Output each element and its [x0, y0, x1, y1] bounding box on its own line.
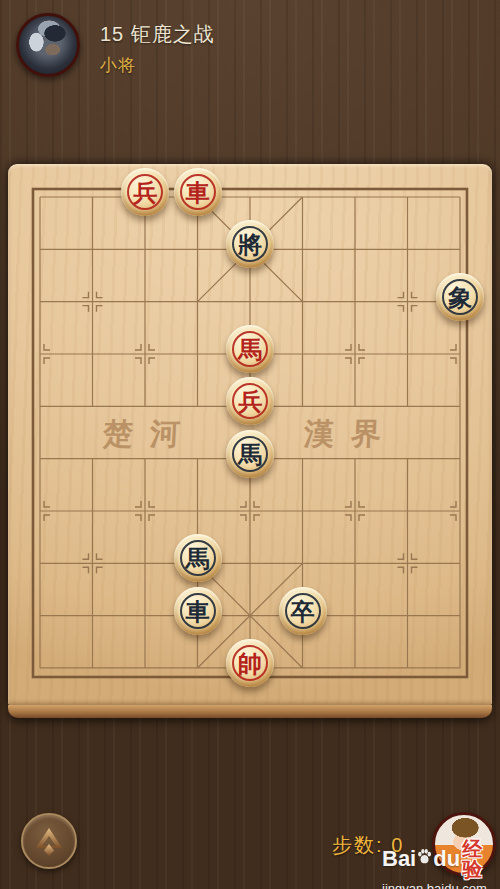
piece-glyph: 馬 [238, 338, 262, 362]
piece-black-general[interactable]: 將 [226, 220, 274, 268]
piece-red-pawn[interactable]: 兵 [121, 168, 169, 216]
piece-glyph: 將 [238, 233, 262, 257]
piece-glyph: 馬 [238, 443, 262, 467]
piece-glyph: 車 [186, 181, 210, 205]
baidu-logo-text-suffix: du [433, 848, 460, 870]
piece-black-pawn[interactable]: 卒 [279, 587, 327, 635]
board-edge-bevel [8, 705, 492, 718]
piece-black-elephant[interactable]: 象 [436, 273, 484, 321]
move-counter-label: 步数: [332, 834, 384, 856]
river-label-left: 楚河 [102, 414, 198, 455]
piece-red-pawn[interactable]: 兵 [226, 377, 274, 425]
piece-glyph: 車 [186, 600, 210, 624]
piece-black-rook[interactable]: 車 [174, 587, 222, 635]
piece-glyph: 馬 [186, 547, 210, 571]
menu-button[interactable] [21, 813, 77, 869]
piece-glyph: 帥 [238, 652, 262, 676]
piece-glyph: 兵 [238, 390, 262, 414]
level-title: 15 钜鹿之战 [100, 21, 215, 48]
baidu-logo-text-prefix: Bai [382, 848, 416, 870]
level-rank-label: 小将 [100, 54, 136, 77]
piece-red-rook[interactable]: 車 [174, 168, 222, 216]
player-avatar [16, 13, 80, 77]
watermark-url: jingyan.baidu.com [382, 882, 500, 889]
chevron-up-icon [31, 823, 67, 859]
piece-black-horse[interactable]: 馬 [226, 430, 274, 478]
baidu-paw-icon [417, 848, 432, 865]
piece-glyph: 兵 [133, 181, 157, 205]
river-label-right: 漢界 [303, 414, 399, 455]
game-screen: 15 钜鹿之战 小将 楚河 漢界 兵車將象馬兵馬馬車卒帥 步数: 0 Bai [0, 0, 500, 889]
piece-glyph: 象 [448, 286, 472, 310]
watermark-baidu-jingyan: Bai du 经验 jingyan.baidu.com [382, 839, 500, 889]
piece-red-horse[interactable]: 馬 [226, 325, 274, 373]
jingyan-badge: 经验 [462, 839, 500, 879]
piece-glyph: 卒 [291, 600, 315, 624]
piece-red-general[interactable]: 帥 [226, 639, 274, 687]
piece-black-horse[interactable]: 馬 [174, 534, 222, 582]
